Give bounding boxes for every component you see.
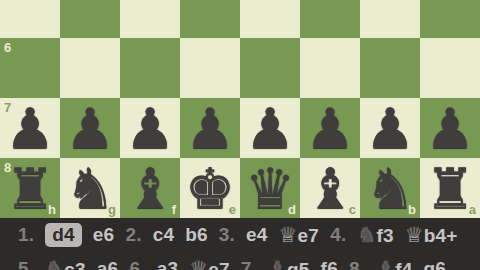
black-pawn[interactable]: ♟: [240, 98, 300, 158]
black-pawn[interactable]: ♟: [420, 98, 480, 158]
square-c5[interactable]: [300, 0, 360, 38]
square-h6[interactable]: 6: [0, 38, 60, 98]
move-f4[interactable]: ♝f4: [376, 257, 412, 270]
move-number: 4.: [330, 224, 346, 246]
black-pawn[interactable]: ♟: [360, 98, 420, 158]
black-queen[interactable]: ♛: [240, 158, 300, 218]
black-rook[interactable]: ♜: [420, 158, 480, 218]
move-d4[interactable]: d4: [45, 223, 82, 247]
move-c3[interactable]: ♞c3: [45, 257, 86, 270]
square-f7[interactable]: ♟: [120, 98, 180, 158]
square-g7[interactable]: ♟: [60, 98, 120, 158]
square-h8[interactable]: 8h♜: [0, 158, 60, 218]
move-e7[interactable]: ♕e7: [189, 257, 230, 270]
black-pawn[interactable]: ♟: [0, 98, 60, 158]
move-number: 8.: [349, 258, 365, 270]
move-e7[interactable]: ♕e7: [279, 223, 320, 247]
square-b5[interactable]: [360, 0, 420, 38]
move-number: 7.: [241, 258, 257, 270]
square-a6[interactable]: [420, 38, 480, 98]
black-king[interactable]: ♚: [180, 158, 240, 218]
move-number: 2.: [125, 224, 141, 246]
black-bishop[interactable]: ♝: [120, 158, 180, 218]
square-h5[interactable]: 5: [0, 0, 60, 38]
figurine-icon: ♝: [268, 257, 287, 270]
rank-label-6: 6: [4, 41, 11, 54]
black-knight[interactable]: ♞: [360, 158, 420, 218]
square-d5[interactable]: [240, 0, 300, 38]
black-bishop[interactable]: ♝: [300, 158, 360, 218]
square-d7[interactable]: ♟: [240, 98, 300, 158]
move-e6[interactable]: e6: [93, 224, 115, 246]
square-b8[interactable]: b♞: [360, 158, 420, 218]
chess-board: 1♖♘♗♔♕♗♘♖2♙♙♙♙♙♙♙34♙567♟♟♟♟♟♟♟♟8h♜g♞f♝e♚…: [0, 0, 480, 218]
black-pawn[interactable]: ♟: [180, 98, 240, 158]
square-f8[interactable]: f♝: [120, 158, 180, 218]
square-e5[interactable]: [180, 0, 240, 38]
move-row-1: 1.d4e62.c4b63.e4♕e74.♞f3♕b4+: [0, 218, 480, 252]
black-pawn[interactable]: ♟: [300, 98, 360, 158]
move-a6[interactable]: a6: [97, 258, 119, 270]
move-f3[interactable]: ♞f3: [357, 223, 393, 247]
move-a3[interactable]: a3: [157, 258, 179, 270]
move-number: 6.: [129, 258, 145, 270]
move-row-2: 5.♞c3a66.a3♕e77.♝g5f68.♝f4g6: [0, 252, 480, 270]
move-g5[interactable]: ♝g5: [268, 257, 310, 270]
square-f5[interactable]: [120, 0, 180, 38]
figurine-icon: ♕: [405, 223, 424, 247]
move-g6[interactable]: g6: [423, 258, 446, 270]
move-number: 3.: [219, 224, 235, 246]
figurine-icon: ♞: [357, 223, 376, 247]
move-list[interactable]: 1.d4e62.c4b63.e4♕e74.♞f3♕b4+5.♞c3a66.a3♕…: [0, 218, 480, 270]
figurine-icon: ♞: [45, 257, 64, 270]
square-b6[interactable]: [360, 38, 420, 98]
move-number: 1.: [18, 224, 34, 246]
figurine-icon: ♝: [376, 257, 395, 270]
figurine-icon: ♕: [189, 257, 208, 270]
move-f6[interactable]: f6: [321, 258, 338, 270]
square-c6[interactable]: [300, 38, 360, 98]
move-e4[interactable]: e4: [246, 224, 268, 246]
black-pawn[interactable]: ♟: [120, 98, 180, 158]
square-d6[interactable]: [240, 38, 300, 98]
move-number: 5.: [18, 258, 34, 270]
square-c7[interactable]: ♟: [300, 98, 360, 158]
square-f6[interactable]: [120, 38, 180, 98]
square-g8[interactable]: g♞: [60, 158, 120, 218]
square-a7[interactable]: ♟: [420, 98, 480, 158]
move-b4+[interactable]: ♕b4+: [405, 223, 458, 247]
black-pawn[interactable]: ♟: [60, 98, 120, 158]
move-b6[interactable]: b6: [185, 224, 208, 246]
square-e8[interactable]: e♚: [180, 158, 240, 218]
square-a5[interactable]: [420, 0, 480, 38]
square-g5[interactable]: [60, 0, 120, 38]
square-e6[interactable]: [180, 38, 240, 98]
square-g6[interactable]: [60, 38, 120, 98]
figurine-icon: ♕: [279, 223, 298, 247]
board-grid: 1♖♘♗♔♕♗♘♖2♙♙♙♙♙♙♙34♙567♟♟♟♟♟♟♟♟8h♜g♞f♝e♚…: [0, 0, 480, 218]
move-c4[interactable]: c4: [153, 224, 175, 246]
black-knight[interactable]: ♞: [60, 158, 120, 218]
square-d8[interactable]: d♛: [240, 158, 300, 218]
square-a8[interactable]: a♜: [420, 158, 480, 218]
square-c8[interactable]: c♝: [300, 158, 360, 218]
black-rook[interactable]: ♜: [0, 158, 60, 218]
square-b7[interactable]: ♟: [360, 98, 420, 158]
square-h7[interactable]: 7♟: [0, 98, 60, 158]
square-e7[interactable]: ♟: [180, 98, 240, 158]
